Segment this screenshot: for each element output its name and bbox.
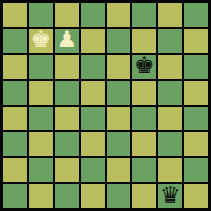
- square-e8[interactable]: [107, 3, 131, 27]
- square-c8[interactable]: [55, 3, 79, 27]
- square-a3[interactable]: [3, 132, 27, 156]
- square-a6[interactable]: [3, 55, 27, 79]
- square-d8[interactable]: [81, 3, 105, 27]
- chess-board: ♚♟♚♛: [0, 0, 211, 211]
- square-b3[interactable]: [29, 132, 53, 156]
- square-e7[interactable]: [107, 29, 131, 53]
- square-b5[interactable]: [29, 81, 53, 105]
- square-e5[interactable]: [107, 81, 131, 105]
- square-c5[interactable]: [55, 81, 79, 105]
- white-pawn[interactable]: ♟: [56, 29, 77, 51]
- square-f3[interactable]: [132, 132, 156, 156]
- square-c3[interactable]: [55, 132, 79, 156]
- square-e1[interactable]: [107, 184, 131, 208]
- square-h5[interactable]: [184, 81, 208, 105]
- square-c4[interactable]: [55, 107, 79, 131]
- square-f2[interactable]: [132, 158, 156, 182]
- square-g3[interactable]: [158, 132, 182, 156]
- square-c7[interactable]: ♟: [55, 29, 79, 53]
- square-d4[interactable]: [81, 107, 105, 131]
- black-queen[interactable]: ♛: [160, 184, 181, 206]
- square-b2[interactable]: [29, 158, 53, 182]
- square-d7[interactable]: [81, 29, 105, 53]
- square-h8[interactable]: [184, 3, 208, 27]
- square-f6[interactable]: ♚: [132, 55, 156, 79]
- square-c1[interactable]: [55, 184, 79, 208]
- square-g8[interactable]: [158, 3, 182, 27]
- square-a1[interactable]: [3, 184, 27, 208]
- square-c2[interactable]: [55, 158, 79, 182]
- square-e3[interactable]: [107, 132, 131, 156]
- square-h3[interactable]: [184, 132, 208, 156]
- square-g7[interactable]: [158, 29, 182, 53]
- square-f7[interactable]: [132, 29, 156, 53]
- square-g4[interactable]: [158, 107, 182, 131]
- square-f5[interactable]: [132, 81, 156, 105]
- square-b6[interactable]: [29, 55, 53, 79]
- square-h6[interactable]: [184, 55, 208, 79]
- square-h2[interactable]: [184, 158, 208, 182]
- square-h7[interactable]: [184, 29, 208, 53]
- square-a4[interactable]: [3, 107, 27, 131]
- square-b7[interactable]: ♚: [29, 29, 53, 53]
- square-d1[interactable]: [81, 184, 105, 208]
- square-b1[interactable]: [29, 184, 53, 208]
- square-a7[interactable]: [3, 29, 27, 53]
- white-king[interactable]: ♚: [31, 29, 52, 51]
- square-d2[interactable]: [81, 158, 105, 182]
- square-f8[interactable]: [132, 3, 156, 27]
- square-e2[interactable]: [107, 158, 131, 182]
- square-e4[interactable]: [107, 107, 131, 131]
- square-b8[interactable]: [29, 3, 53, 27]
- square-c6[interactable]: [55, 55, 79, 79]
- square-a2[interactable]: [3, 158, 27, 182]
- square-g5[interactable]: [158, 81, 182, 105]
- square-a5[interactable]: [3, 81, 27, 105]
- square-g2[interactable]: [158, 158, 182, 182]
- square-b4[interactable]: [29, 107, 53, 131]
- square-h1[interactable]: [184, 184, 208, 208]
- square-d6[interactable]: [81, 55, 105, 79]
- black-king[interactable]: ♚: [134, 55, 155, 77]
- square-g1[interactable]: ♛: [158, 184, 182, 208]
- square-h4[interactable]: [184, 107, 208, 131]
- square-d3[interactable]: [81, 132, 105, 156]
- square-d5[interactable]: [81, 81, 105, 105]
- square-g6[interactable]: [158, 55, 182, 79]
- square-a8[interactable]: [3, 3, 27, 27]
- square-f1[interactable]: [132, 184, 156, 208]
- square-e6[interactable]: [107, 55, 131, 79]
- square-f4[interactable]: [132, 107, 156, 131]
